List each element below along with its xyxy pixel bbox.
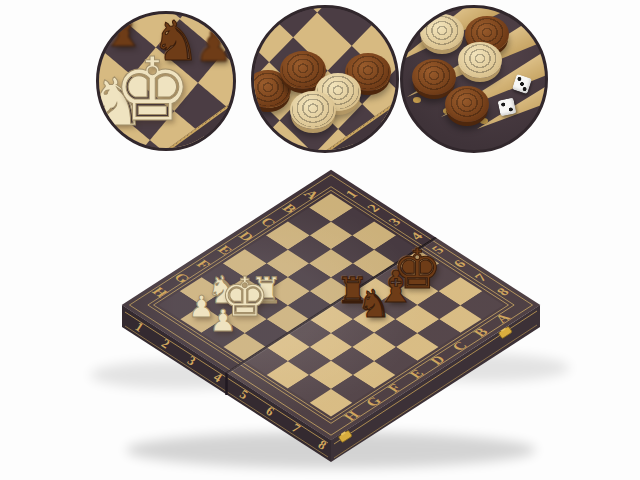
rank-label: 1 xyxy=(343,188,361,200)
file-label: F xyxy=(194,258,213,271)
rank-label: 6 xyxy=(451,258,469,270)
file-label: H xyxy=(149,285,170,299)
rank-label: 3 xyxy=(386,216,404,228)
file-label: G xyxy=(171,271,192,285)
rank-label: 2 xyxy=(364,202,382,214)
rank-label: 8 xyxy=(494,286,512,298)
file-label: C xyxy=(258,216,279,229)
chess-board: AABBCCDDEEFFGGHH12345678 xyxy=(122,170,541,440)
rank-label: 7 xyxy=(472,272,490,284)
file-label: C xyxy=(449,340,470,353)
rank-label: 5 xyxy=(429,244,447,256)
file-label: F xyxy=(385,382,404,395)
product-photo: G F ♝ ♞ ♟ ♞ ♚ H G xyxy=(0,0,640,480)
rank-label: 4 xyxy=(407,230,425,242)
file-label: D xyxy=(236,230,257,243)
file-label: H xyxy=(341,409,362,423)
file-label: B xyxy=(279,202,299,215)
file-label: D xyxy=(428,353,449,366)
file-label: E xyxy=(406,368,426,381)
board-wrap: AABBCCDDEEFFGGHH12345678 ♟♞♚♜♟♜♞♝♚ xyxy=(0,0,640,480)
file-label: E xyxy=(215,244,235,257)
file-label: A xyxy=(492,312,513,325)
file-label: A xyxy=(301,188,322,201)
file-label: B xyxy=(471,326,491,339)
file-label: G xyxy=(363,395,384,409)
